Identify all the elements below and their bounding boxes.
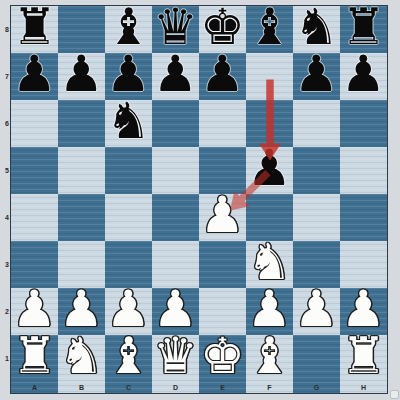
square-a1[interactable]: ♜ (11, 335, 58, 382)
piece-black-knight[interactable]: ♞ (294, 4, 339, 51)
square-b1[interactable]: ♞ (58, 335, 105, 382)
square-b7[interactable]: ♟ (58, 53, 105, 100)
piece-black-rook[interactable]: ♜ (12, 4, 57, 51)
piece-black-rook[interactable]: ♜ (341, 4, 386, 51)
piece-black-bishop[interactable]: ♝ (247, 4, 292, 51)
square-f7[interactable] (246, 53, 293, 100)
rank-label-6: 6 (0, 100, 10, 147)
piece-white-pawn[interactable]: ♟ (12, 286, 57, 333)
square-c5[interactable] (105, 147, 152, 194)
square-g1[interactable] (293, 335, 340, 382)
piece-black-bishop[interactable]: ♝ (106, 4, 151, 51)
rank-label-2: 2 (0, 288, 10, 335)
square-h1[interactable]: ♜ (340, 335, 387, 382)
square-h5[interactable] (340, 147, 387, 194)
square-h6[interactable] (340, 100, 387, 147)
piece-black-pawn[interactable]: ♟ (200, 51, 245, 98)
rank-label-7: 7 (0, 53, 10, 100)
chess-app: 87654321 ♜♝♛♚♝♞♜♟♟♟♟♟♟♟♞♟♟♞♟♟♟♟♟♟♟♜♞♝♛♚♝… (0, 0, 400, 400)
piece-white-bishop[interactable]: ♝ (106, 333, 151, 380)
rank-labels: 87654321 (0, 6, 10, 382)
piece-white-pawn[interactable]: ♟ (153, 286, 198, 333)
square-g2[interactable]: ♟ (293, 288, 340, 335)
square-a7[interactable]: ♟ (11, 53, 58, 100)
piece-white-pawn[interactable]: ♟ (247, 286, 292, 333)
corner-button[interactable] (390, 390, 399, 399)
square-c6[interactable]: ♞ (105, 100, 152, 147)
square-h4[interactable] (340, 194, 387, 241)
square-d4[interactable] (152, 194, 199, 241)
square-g5[interactable] (293, 147, 340, 194)
square-e1[interactable]: ♚ (199, 335, 246, 382)
piece-white-pawn[interactable]: ♟ (200, 192, 245, 239)
square-d5[interactable] (152, 147, 199, 194)
square-c1[interactable]: ♝ (105, 335, 152, 382)
piece-black-pawn[interactable]: ♟ (247, 145, 292, 192)
piece-white-pawn[interactable]: ♟ (294, 286, 339, 333)
piece-white-knight[interactable]: ♞ (59, 333, 104, 380)
square-b5[interactable] (58, 147, 105, 194)
square-f8[interactable]: ♝ (246, 6, 293, 53)
square-f1[interactable]: ♝ (246, 335, 293, 382)
square-d7[interactable]: ♟ (152, 53, 199, 100)
square-f5[interactable]: ♟ (246, 147, 293, 194)
square-g6[interactable] (293, 100, 340, 147)
piece-black-pawn[interactable]: ♟ (294, 51, 339, 98)
rank-label-5: 5 (0, 147, 10, 194)
square-b6[interactable] (58, 100, 105, 147)
board-frame: ♜♝♛♚♝♞♜♟♟♟♟♟♟♟♞♟♟♞♟♟♟♟♟♟♟♜♞♝♛♚♝♜ ABCDEFG… (10, 5, 388, 394)
piece-white-pawn[interactable]: ♟ (106, 286, 151, 333)
square-b4[interactable] (58, 194, 105, 241)
piece-black-pawn[interactable]: ♟ (341, 51, 386, 98)
piece-white-rook[interactable]: ♜ (341, 333, 386, 380)
piece-black-knight[interactable]: ♞ (106, 98, 151, 145)
square-g7[interactable]: ♟ (293, 53, 340, 100)
piece-white-queen[interactable]: ♛ (153, 333, 198, 380)
chess-board: ♜♝♛♚♝♞♜♟♟♟♟♟♟♟♞♟♟♞♟♟♟♟♟♟♟♜♞♝♛♚♝♜ (11, 6, 387, 382)
piece-black-pawn[interactable]: ♟ (106, 51, 151, 98)
piece-black-queen[interactable]: ♛ (153, 4, 198, 51)
piece-white-pawn[interactable]: ♟ (59, 286, 104, 333)
square-c4[interactable] (105, 194, 152, 241)
piece-white-knight[interactable]: ♞ (247, 239, 292, 286)
square-e6[interactable] (199, 100, 246, 147)
rank-label-8: 8 (0, 6, 10, 53)
square-h7[interactable]: ♟ (340, 53, 387, 100)
square-d1[interactable]: ♛ (152, 335, 199, 382)
square-e3[interactable] (199, 241, 246, 288)
square-a6[interactable] (11, 100, 58, 147)
square-e4[interactable]: ♟ (199, 194, 246, 241)
piece-black-pawn[interactable]: ♟ (59, 51, 104, 98)
square-d6[interactable] (152, 100, 199, 147)
piece-white-bishop[interactable]: ♝ (247, 333, 292, 380)
square-a5[interactable] (11, 147, 58, 194)
piece-black-king[interactable]: ♚ (200, 4, 245, 51)
piece-white-pawn[interactable]: ♟ (341, 286, 386, 333)
piece-black-pawn[interactable]: ♟ (12, 51, 57, 98)
rank-label-1: 1 (0, 335, 10, 382)
file-label-g: G (293, 382, 340, 393)
piece-white-king[interactable]: ♚ (200, 333, 245, 380)
piece-black-pawn[interactable]: ♟ (153, 51, 198, 98)
rank-label-4: 4 (0, 194, 10, 241)
square-a4[interactable] (11, 194, 58, 241)
rank-label-3: 3 (0, 241, 10, 288)
square-e7[interactable]: ♟ (199, 53, 246, 100)
square-g4[interactable] (293, 194, 340, 241)
piece-white-rook[interactable]: ♜ (12, 333, 57, 380)
